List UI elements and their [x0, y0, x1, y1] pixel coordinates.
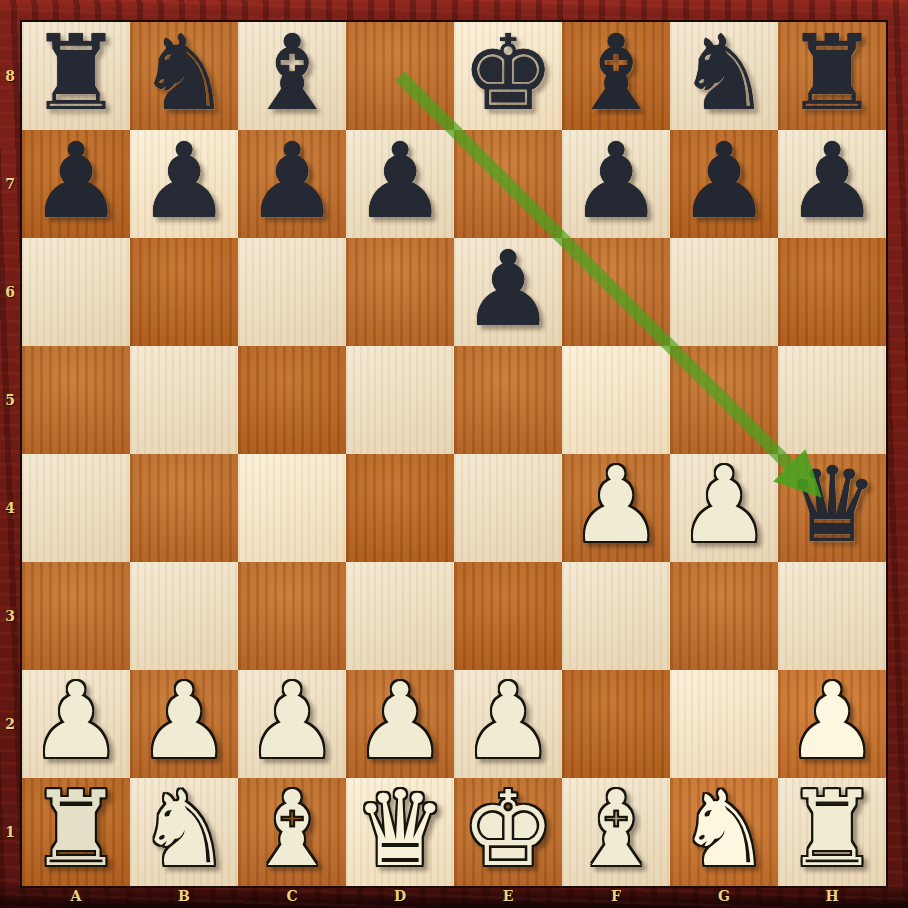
file-label-a: A	[22, 886, 130, 906]
piece-white-pawn[interactable]: ♟	[353, 669, 446, 773]
piece-black-pawn[interactable]: ♟	[137, 129, 230, 233]
square-a3[interactable]	[22, 562, 130, 670]
square-b1[interactable]: ♞	[130, 778, 238, 886]
square-a6[interactable]	[22, 238, 130, 346]
piece-black-rook[interactable]: ♜	[29, 21, 122, 125]
square-d5[interactable]	[346, 346, 454, 454]
square-e7[interactable]	[454, 130, 562, 238]
square-c6[interactable]	[238, 238, 346, 346]
square-c8[interactable]: ♝	[238, 22, 346, 130]
square-f5[interactable]	[562, 346, 670, 454]
piece-white-king[interactable]: ♚	[461, 777, 554, 881]
square-h3[interactable]	[778, 562, 886, 670]
square-h6[interactable]	[778, 238, 886, 346]
file-label-h: H	[778, 886, 886, 906]
rank-label-2: 2	[0, 670, 20, 778]
piece-black-pawn[interactable]: ♟	[245, 129, 338, 233]
square-g7[interactable]: ♟	[670, 130, 778, 238]
rank-label-5: 5	[0, 346, 20, 454]
piece-black-pawn[interactable]: ♟	[785, 129, 878, 233]
square-d4[interactable]	[346, 454, 454, 562]
piece-black-queen[interactable]: ♛	[785, 453, 878, 557]
square-d7[interactable]: ♟	[346, 130, 454, 238]
square-f4[interactable]: ♟	[562, 454, 670, 562]
square-c7[interactable]: ♟	[238, 130, 346, 238]
square-g3[interactable]	[670, 562, 778, 670]
file-label-g: G	[670, 886, 778, 906]
piece-black-pawn[interactable]: ♟	[569, 129, 662, 233]
square-g4[interactable]: ♟	[670, 454, 778, 562]
square-f1[interactable]: ♝	[562, 778, 670, 886]
square-c1[interactable]: ♝	[238, 778, 346, 886]
square-a1[interactable]: ♜	[22, 778, 130, 886]
piece-white-queen[interactable]: ♛	[353, 777, 446, 881]
square-d2[interactable]: ♟	[346, 670, 454, 778]
chess-app-window: 8 7 6 5 4 3 2 1 ♜♞♝♚♝♞♜♟♟♟♟♟♟♟♟♟♟♛♟♟♟♟♟♟…	[0, 0, 908, 908]
piece-white-knight[interactable]: ♞	[677, 777, 770, 881]
file-label-d: D	[346, 886, 454, 906]
piece-white-bishop[interactable]: ♝	[569, 777, 662, 881]
square-f8[interactable]: ♝	[562, 22, 670, 130]
square-h1[interactable]: ♜	[778, 778, 886, 886]
piece-black-knight[interactable]: ♞	[137, 21, 230, 125]
square-a2[interactable]: ♟	[22, 670, 130, 778]
square-d6[interactable]	[346, 238, 454, 346]
square-g2[interactable]	[670, 670, 778, 778]
square-b3[interactable]	[130, 562, 238, 670]
piece-white-rook[interactable]: ♜	[29, 777, 122, 881]
piece-white-bishop[interactable]: ♝	[245, 777, 338, 881]
square-e3[interactable]	[454, 562, 562, 670]
square-d3[interactable]	[346, 562, 454, 670]
piece-white-knight[interactable]: ♞	[137, 777, 230, 881]
piece-white-rook[interactable]: ♜	[785, 777, 878, 881]
square-a8[interactable]: ♜	[22, 22, 130, 130]
square-e8[interactable]: ♚	[454, 22, 562, 130]
square-a4[interactable]	[22, 454, 130, 562]
chess-board: ♜♞♝♚♝♞♜♟♟♟♟♟♟♟♟♟♟♛♟♟♟♟♟♟♜♞♝♛♚♝♞♜	[20, 20, 888, 888]
piece-white-pawn[interactable]: ♟	[677, 453, 770, 557]
square-f3[interactable]	[562, 562, 670, 670]
square-c3[interactable]	[238, 562, 346, 670]
square-b6[interactable]	[130, 238, 238, 346]
piece-black-bishop[interactable]: ♝	[245, 21, 338, 125]
square-d1[interactable]: ♛	[346, 778, 454, 886]
square-d8[interactable]	[346, 22, 454, 130]
square-b2[interactable]: ♟	[130, 670, 238, 778]
rank-label-7: 7	[0, 130, 20, 238]
rank-label-6: 6	[0, 238, 20, 346]
square-a5[interactable]	[22, 346, 130, 454]
square-g6[interactable]	[670, 238, 778, 346]
rank-label-1: 1	[0, 778, 20, 886]
piece-white-pawn[interactable]: ♟	[29, 669, 122, 773]
square-h7[interactable]: ♟	[778, 130, 886, 238]
file-label-e: E	[454, 886, 562, 906]
square-f7[interactable]: ♟	[562, 130, 670, 238]
file-labels: A B C D E F G H	[22, 886, 886, 906]
piece-black-pawn[interactable]: ♟	[677, 129, 770, 233]
square-b4[interactable]	[130, 454, 238, 562]
square-c4[interactable]	[238, 454, 346, 562]
square-e2[interactable]: ♟	[454, 670, 562, 778]
square-g8[interactable]: ♞	[670, 22, 778, 130]
square-f6[interactable]	[562, 238, 670, 346]
rank-label-8: 8	[0, 22, 20, 130]
square-e6[interactable]: ♟	[454, 238, 562, 346]
piece-white-pawn[interactable]: ♟	[569, 453, 662, 557]
piece-black-rook[interactable]: ♜	[785, 21, 878, 125]
piece-white-pawn[interactable]: ♟	[785, 669, 878, 773]
square-f2[interactable]	[562, 670, 670, 778]
square-h4[interactable]: ♛	[778, 454, 886, 562]
square-h5[interactable]	[778, 346, 886, 454]
rank-labels: 8 7 6 5 4 3 2 1	[0, 22, 20, 886]
piece-black-pawn[interactable]: ♟	[353, 129, 446, 233]
square-b7[interactable]: ♟	[130, 130, 238, 238]
square-g5[interactable]	[670, 346, 778, 454]
piece-white-pawn[interactable]: ♟	[137, 669, 230, 773]
square-b5[interactable]	[130, 346, 238, 454]
piece-black-bishop[interactable]: ♝	[569, 21, 662, 125]
square-c2[interactable]: ♟	[238, 670, 346, 778]
square-e1[interactable]: ♚	[454, 778, 562, 886]
file-label-f: F	[562, 886, 670, 906]
piece-black-knight[interactable]: ♞	[677, 21, 770, 125]
piece-black-king[interactable]: ♚	[461, 21, 554, 125]
file-label-c: C	[238, 886, 346, 906]
square-b8[interactable]: ♞	[130, 22, 238, 130]
piece-black-pawn[interactable]: ♟	[461, 237, 554, 341]
piece-white-pawn[interactable]: ♟	[245, 669, 338, 773]
square-g1[interactable]: ♞	[670, 778, 778, 886]
piece-white-pawn[interactable]: ♟	[461, 669, 554, 773]
square-a7[interactable]: ♟	[22, 130, 130, 238]
square-c5[interactable]	[238, 346, 346, 454]
square-h2[interactable]: ♟	[778, 670, 886, 778]
rank-label-3: 3	[0, 562, 20, 670]
rank-label-4: 4	[0, 454, 20, 562]
file-label-b: B	[130, 886, 238, 906]
piece-black-pawn[interactable]: ♟	[29, 129, 122, 233]
square-e5[interactable]	[454, 346, 562, 454]
square-h8[interactable]: ♜	[778, 22, 886, 130]
square-e4[interactable]	[454, 454, 562, 562]
